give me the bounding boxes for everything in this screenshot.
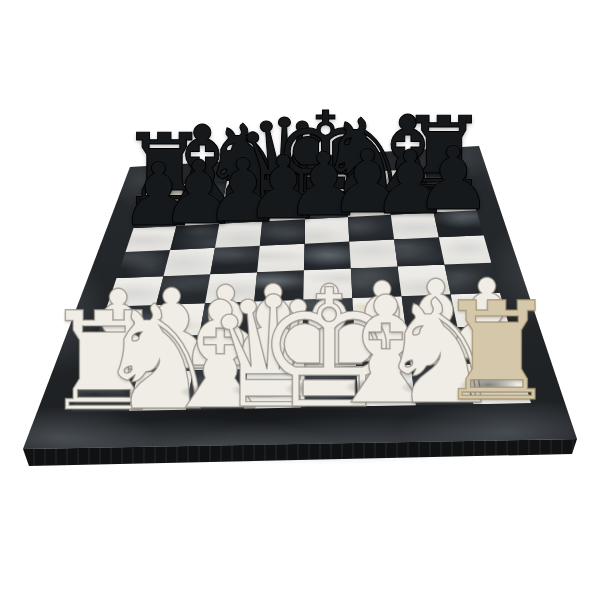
piece-black-pawn-h7[interactable]: ♟ bbox=[410, 136, 498, 224]
white-rook-glyph: ♜ bbox=[428, 284, 564, 420]
black-pawn-glyph: ♟ bbox=[410, 136, 498, 224]
piece-white-rook-h1[interactable]: ♜ bbox=[428, 284, 564, 420]
chess-set-photo: ♜♝♞♛♚♞♝♜♟♟♟♟♟♟♟♟♟♟♟♟♟♟♟♟♜♞♝♛♚♝♞♜ bbox=[0, 0, 600, 600]
